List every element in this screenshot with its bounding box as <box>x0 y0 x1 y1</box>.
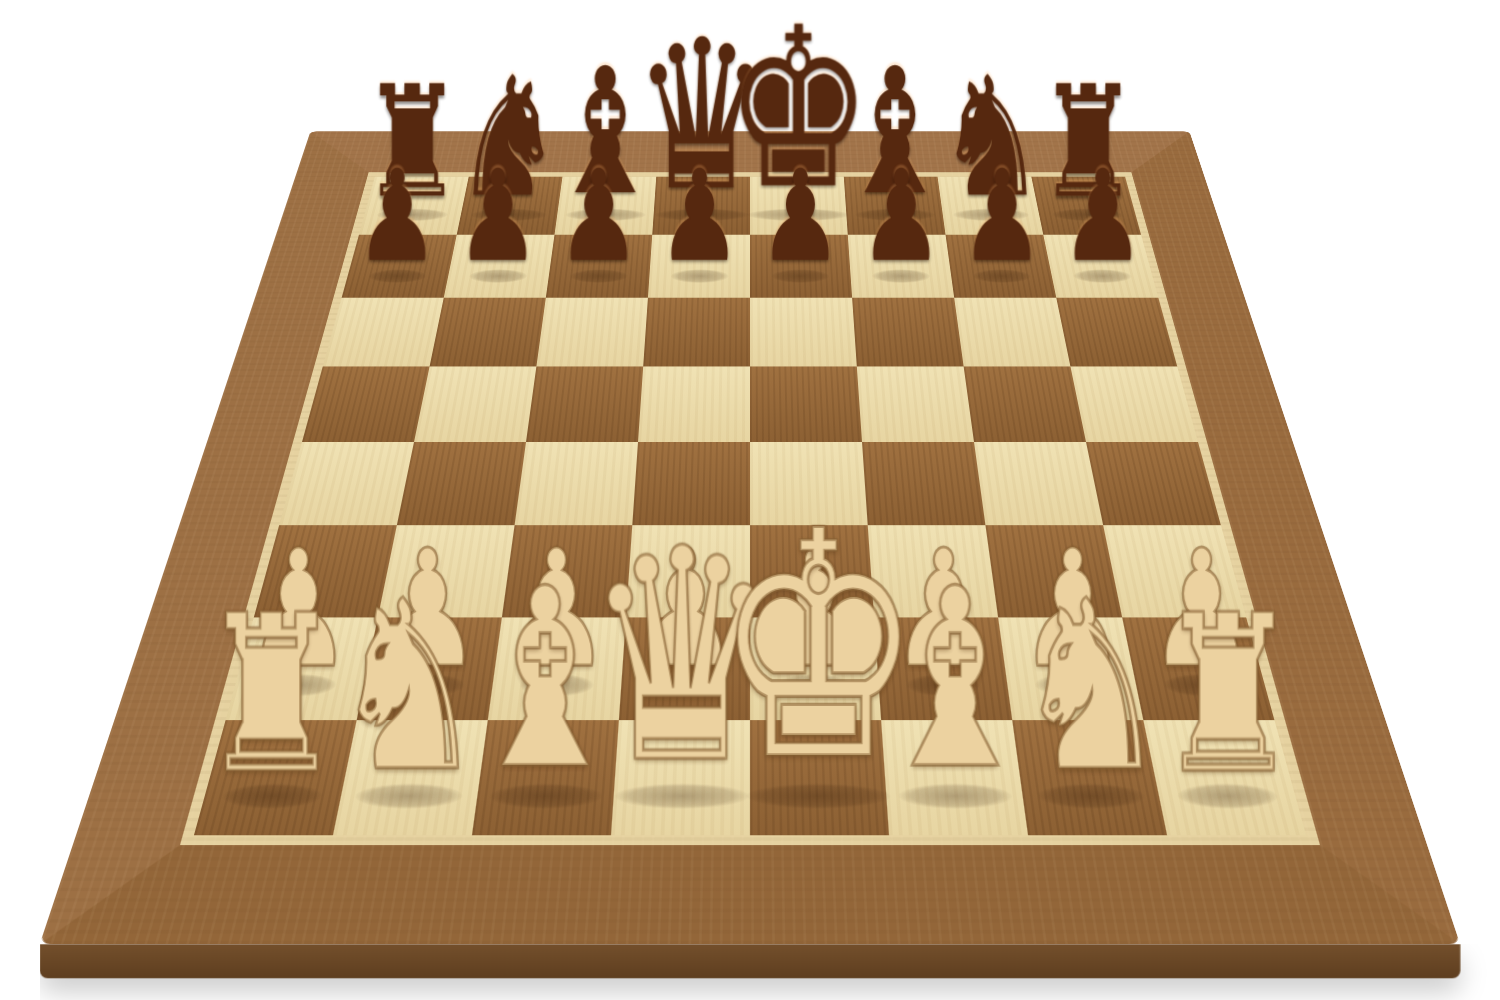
board-edge <box>40 944 1461 978</box>
chess-board: ♜♞♝♛♚♝♞♜♟♟♟♟♟♟♟♟♟♟♟♟♟♟♟♟♜♞♝♛♚♝♞♜ <box>40 131 1461 944</box>
piece-black-pawn-h7[interactable]: ♟ <box>1035 153 1170 279</box>
piece-white-rook-h1[interactable]: ♜ <box>1137 583 1320 800</box>
chess-scene: ♜♞♝♛♚♝♞♜♟♟♟♟♟♟♟♟♟♟♟♟♟♟♟♟♜♞♝♛♚♝♞♜ <box>0 0 1500 1000</box>
